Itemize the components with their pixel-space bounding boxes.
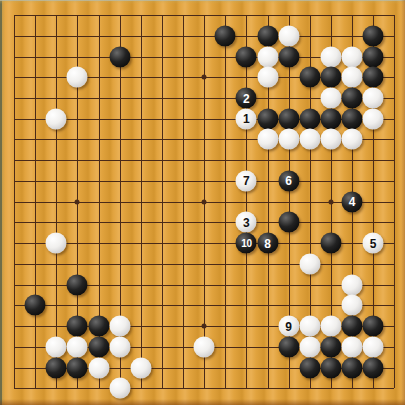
stone-white [46,108,67,129]
grid-line-horizontal [14,15,394,16]
stone-white [320,316,341,337]
stone-black [299,67,320,88]
grid-line-horizontal [14,160,394,161]
stone-black [363,316,384,337]
stone-black [67,316,88,337]
stone-black [342,357,363,378]
stone-black [88,316,109,337]
stone-black [278,108,299,129]
grid-line-vertical [183,15,184,388]
stone-black [342,108,363,129]
grid-line-vertical [162,15,163,388]
stone-white [130,357,151,378]
board-edge-right [401,0,405,405]
numbered-stone-2-black: 2 [236,88,257,109]
stone-white [278,129,299,150]
stone-white [320,46,341,67]
stone-white [46,336,67,357]
grid-line-vertical [289,15,290,388]
grid-line-horizontal [14,326,394,327]
stone-black [299,357,320,378]
stone-black [215,25,236,46]
numbered-stone-7-white: 7 [236,170,257,191]
grid-line-vertical [394,15,395,388]
stone-white [299,129,320,150]
stone-black [25,295,46,316]
stone-black [257,108,278,129]
stone-white [342,295,363,316]
grid-line-vertical [352,15,353,388]
stone-white [363,336,384,357]
stone-white [342,274,363,295]
stone-black [320,336,341,357]
grid-line-horizontal [14,368,394,369]
stone-black [363,46,384,67]
grid-line-vertical [246,15,247,388]
grid-line-horizontal [14,57,394,58]
grid-line-horizontal [14,119,394,120]
grid-line-horizontal [14,98,394,99]
numbered-stone-5-white: 5 [363,233,384,254]
grid-lines-layer [0,0,405,405]
go-board[interactable]: 21764310859 [0,0,405,405]
numbered-stone-1-white: 1 [236,108,257,129]
stone-white [299,336,320,357]
star-point [75,75,80,80]
grid-line-vertical [225,15,226,388]
grid-line-vertical [204,15,205,388]
stone-black [278,46,299,67]
stones-layer: 21764310859 [0,0,405,405]
stone-white [342,46,363,67]
grid-line-vertical [268,15,269,388]
numbered-stone-4-black: 4 [342,191,363,212]
stone-white [299,316,320,337]
star-point [75,199,80,204]
stone-black [299,108,320,129]
grid-line-vertical [331,15,332,388]
star-point [202,75,207,80]
star-points-layer [0,0,405,405]
stone-white [342,67,363,88]
board-edge-left [0,0,5,405]
stone-white [67,67,88,88]
numbered-stone-6-black: 6 [278,170,299,191]
stone-white [278,25,299,46]
numbered-stone-8-black: 8 [257,233,278,254]
star-point [328,199,333,204]
stone-white [109,336,130,357]
stone-black [342,316,363,337]
grid-line-horizontal [14,347,394,348]
star-point [75,324,80,329]
grid-line-vertical [77,15,78,388]
stone-black [46,357,67,378]
grid-line-horizontal [14,264,394,265]
wood-grain-layer [0,0,405,405]
stone-black [320,108,341,129]
grid-line-vertical [56,15,57,388]
stone-white [88,357,109,378]
stone-white [299,253,320,274]
numbered-stone-9-white: 9 [278,316,299,337]
stone-white [320,129,341,150]
stone-white [67,336,88,357]
grid-line-vertical [310,15,311,388]
stone-black [67,357,88,378]
star-point [202,324,207,329]
numbered-stone-3-white: 3 [236,212,257,233]
grid-line-horizontal [14,285,394,286]
stone-black [67,274,88,295]
stone-black [320,67,341,88]
grid-line-horizontal [14,243,394,244]
stone-black [363,25,384,46]
stone-white [363,108,384,129]
stone-white [257,46,278,67]
star-point [202,199,207,204]
stone-white [257,129,278,150]
stone-white [342,336,363,357]
grid-line-vertical [99,15,100,388]
stone-black [236,46,257,67]
stone-white [194,336,215,357]
grid-line-horizontal [14,305,394,306]
stone-black [109,46,130,67]
grid-line-vertical [141,15,142,388]
stone-black [320,233,341,254]
stone-black [363,67,384,88]
grid-line-vertical [373,15,374,388]
stone-black [278,336,299,357]
star-point [328,75,333,80]
stone-black [278,212,299,233]
grid-line-horizontal [14,139,394,140]
grid-line-vertical [14,15,15,388]
grid-line-horizontal [14,36,394,37]
grid-line-vertical [35,15,36,388]
stone-white [257,67,278,88]
stone-black [363,357,384,378]
stone-white [342,129,363,150]
stone-black [88,336,109,357]
grid-line-horizontal [14,222,394,223]
stone-white [46,233,67,254]
stone-black [342,88,363,109]
stone-white [363,88,384,109]
numbered-stone-10-black: 10 [236,233,257,254]
stone-black [257,25,278,46]
stone-white [109,316,130,337]
grid-line-horizontal [14,202,394,203]
stone-white [320,88,341,109]
star-point [328,324,333,329]
grid-line-horizontal [14,77,394,78]
stone-black [320,357,341,378]
board-edge-bottom [0,399,405,405]
stone-white [109,378,130,399]
grid-line-horizontal [14,181,394,182]
grid-line-vertical [120,15,121,388]
board-edge-top [0,0,405,4]
grid-line-horizontal [14,388,394,389]
